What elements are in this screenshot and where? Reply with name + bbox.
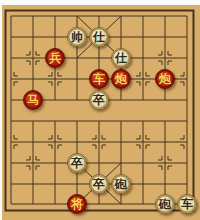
red-horse[interactable]: 马 — [23, 90, 43, 110]
ivory-cannon[interactable]: 砲 — [111, 174, 131, 194]
ivory-advisor[interactable]: 仕 — [89, 27, 109, 47]
red-cannon[interactable]: 炮 — [155, 69, 175, 89]
ivory-advisor[interactable]: 仕 — [111, 48, 131, 68]
ivory-soldier[interactable]: 卒 — [89, 174, 109, 194]
red-general[interactable]: 将 — [67, 194, 87, 214]
red-cannon[interactable]: 炮 — [111, 69, 131, 89]
red-soldier[interactable]: 兵 — [45, 48, 65, 68]
ivory-soldier[interactable]: 卒 — [89, 90, 109, 110]
red-chariot[interactable]: 车 — [89, 69, 109, 89]
ivory-general[interactable]: 帅 — [67, 27, 87, 47]
xiangqi-app: 帅仕仕兵车炮炮马卒卒卒砲将砲车 — [0, 0, 200, 220]
ivory-cannon[interactable]: 砲 — [155, 194, 175, 214]
ivory-soldier[interactable]: 卒 — [67, 153, 87, 173]
ivory-chariot[interactable]: 车 — [177, 194, 197, 214]
